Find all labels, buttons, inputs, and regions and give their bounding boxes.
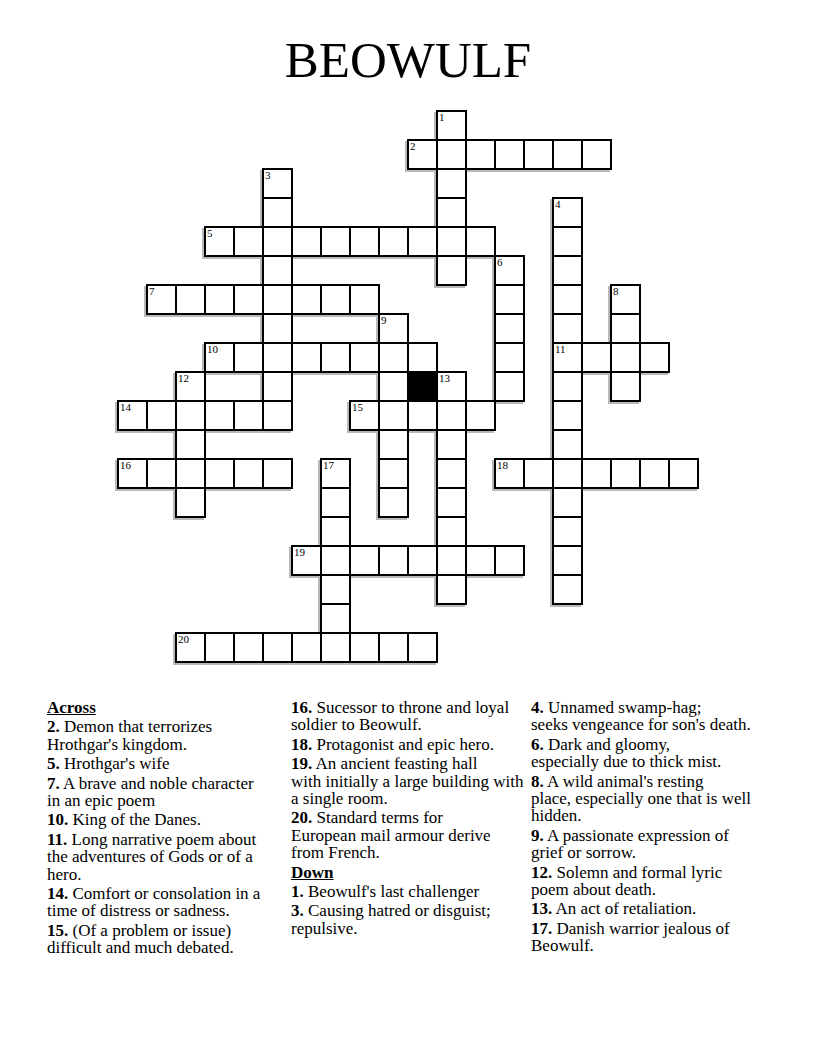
grid-cell[interactable] (146, 458, 177, 489)
grid-cell[interactable] (494, 545, 525, 576)
grid-cell[interactable] (523, 458, 554, 489)
clue-across-14: 14. Comfort or consolation in atime of d… (47, 885, 260, 920)
grid-cell[interactable] (552, 487, 583, 518)
grid-cell[interactable] (436, 400, 467, 431)
grid-cell[interactable] (407, 632, 438, 663)
cell-number: 11 (555, 344, 566, 355)
page-title: BEOWULF (0, 35, 816, 86)
grid-cell[interactable] (610, 313, 641, 344)
cell-number: 9 (381, 315, 387, 326)
grid-cell[interactable] (262, 226, 293, 257)
grid-cell[interactable] (494, 139, 525, 170)
grid-cell[interactable] (204, 458, 235, 489)
clue-down-13: 13. An act of retaliation. (531, 900, 751, 917)
clue-down-1: 1. Beowulf's last challenger (291, 883, 523, 900)
cell-number: 1 (439, 112, 445, 123)
clue-column-3: 4. Unnamed swamp-hag;seeks vengeance for… (531, 699, 751, 957)
grid-cell[interactable] (233, 284, 264, 315)
grid-cell[interactable] (494, 313, 525, 344)
grid-cell[interactable] (552, 516, 583, 547)
grid-cell[interactable] (523, 139, 554, 170)
grid-cell[interactable] (233, 632, 264, 663)
grid-cell[interactable] (552, 545, 583, 576)
grid-cell[interactable] (465, 400, 496, 431)
grid-cell[interactable] (175, 429, 206, 460)
grid-cell[interactable] (436, 458, 467, 489)
grid-cell[interactable] (262, 632, 293, 663)
clue-down-6: 6. Dark and gloomy,especially due to thi… (531, 736, 751, 771)
grid-cell[interactable] (262, 371, 293, 402)
cell-number: 12 (178, 373, 189, 384)
grid-cell[interactable] (175, 458, 206, 489)
grid-cell[interactable] (436, 516, 467, 547)
clue-down-8: 8. A wild animal's restingplace, especia… (531, 773, 751, 825)
cell-number: 5 (207, 228, 213, 239)
grid-cell[interactable] (552, 429, 583, 460)
cell-number: 7 (149, 286, 155, 297)
grid-cell[interactable] (175, 400, 206, 431)
grid-cell[interactable] (581, 458, 612, 489)
cell-number: 19 (294, 547, 305, 558)
grid-cell[interactable] (175, 487, 206, 518)
grid-cell[interactable] (262, 284, 293, 315)
cell-number: 17 (323, 460, 334, 471)
grid-cell[interactable] (581, 139, 612, 170)
grid-cell[interactable] (436, 139, 467, 170)
grid-cell[interactable] (204, 632, 235, 663)
clue-across-7: 7. A brave and noble characterin an epic… (47, 775, 260, 810)
grid-cell[interactable] (233, 458, 264, 489)
clue-across-20: 20. Standard terms forEuropean mail armo… (291, 809, 523, 861)
clue-across-10: 10. King of the Danes. (47, 811, 260, 828)
grid-cell[interactable] (552, 371, 583, 402)
grid-cell[interactable] (262, 400, 293, 431)
grid-cell[interactable] (204, 400, 235, 431)
grid-cell[interactable] (320, 516, 351, 547)
grid-cell[interactable] (233, 226, 264, 257)
grid-cell[interactable] (349, 632, 380, 663)
grid-cell[interactable] (262, 197, 293, 228)
grid-cell[interactable] (378, 400, 409, 431)
grid-cell[interactable] (291, 342, 322, 373)
grid-cell[interactable] (610, 458, 641, 489)
grid-cell[interactable] (436, 574, 467, 605)
grid-cell[interactable] (378, 632, 409, 663)
grid-cell[interactable] (581, 342, 612, 373)
grid-cell[interactable] (407, 226, 438, 257)
across-header: Across (47, 699, 260, 716)
grid-cell[interactable] (494, 284, 525, 315)
grid-cell[interactable] (465, 226, 496, 257)
crossword-grid: 1234567891011121314151617181920 (117, 110, 699, 663)
cell-number: 20 (178, 634, 189, 645)
grid-cell[interactable] (610, 342, 641, 373)
grid-cell[interactable] (494, 342, 525, 373)
grid-cell[interactable] (320, 487, 351, 518)
clue-across-15: 15. (Of a problem or issue)difficult and… (47, 922, 260, 957)
grid-cell[interactable] (639, 342, 670, 373)
grid-cell[interactable] (552, 400, 583, 431)
grid-cell[interactable] (407, 545, 438, 576)
grid-cell[interactable] (552, 255, 583, 286)
grid-cell[interactable] (291, 284, 322, 315)
grid-cell[interactable] (262, 342, 293, 373)
clue-across-2: 2. Demon that terrorizesHrothgar's kingd… (47, 718, 260, 753)
cell-number: 14 (120, 402, 131, 413)
grid-cell[interactable] (175, 284, 206, 315)
cell-number: 16 (120, 460, 131, 471)
down-header: Down (291, 864, 523, 881)
clue-down-3: 3. Causing hatred or disguist;repulsive. (291, 902, 523, 937)
grid-cell[interactable] (320, 226, 351, 257)
grid-cell[interactable] (494, 371, 525, 402)
grid-cell[interactable] (552, 574, 583, 605)
grid-cell[interactable] (320, 603, 351, 634)
clue-across-19: 19. An ancient feasting hallwith initial… (291, 755, 523, 807)
cell-number: 4 (555, 199, 561, 210)
grid-cell[interactable] (320, 632, 351, 663)
clue-down-9: 9. A passionate expression ofgrief or so… (531, 827, 751, 862)
grid-cell[interactable] (639, 458, 670, 489)
cell-number: 13 (439, 373, 450, 384)
clue-column-2: 16. Sucessor to throne and loyalsoldier … (291, 699, 523, 939)
grid-cell[interactable] (349, 342, 380, 373)
grid-cell[interactable] (378, 545, 409, 576)
grid-cell[interactable] (349, 226, 380, 257)
grid-cell[interactable] (233, 342, 264, 373)
cell-number: 6 (497, 257, 503, 268)
grid-cell[interactable] (262, 255, 293, 286)
grid-cell[interactable] (552, 139, 583, 170)
clue-across-16: 16. Sucessor to throne and loyalsoldier … (291, 699, 523, 734)
grid-cell[interactable] (320, 574, 351, 605)
grid-cell[interactable] (320, 545, 351, 576)
grid-cell[interactable] (668, 458, 699, 489)
clue-across-11: 11. Long narrative poem aboutthe adventu… (47, 831, 260, 883)
clue-column-1: Across2. Demon that terrorizesHrothgar's… (47, 699, 260, 959)
grid-cell[interactable] (320, 342, 351, 373)
grid-cell[interactable] (465, 545, 496, 576)
grid-cell[interactable] (378, 342, 409, 373)
clue-across-18: 18. Protagonist and epic hero. (291, 736, 523, 753)
cell-number: 15 (352, 402, 363, 413)
clue-down-4: 4. Unnamed swamp-hag;seeks vengeance for… (531, 699, 751, 734)
clue-down-17: 17. Danish warrior jealous ofBeowulf. (531, 920, 751, 955)
grid-cell[interactable] (610, 371, 641, 402)
cell-number: 2 (410, 141, 416, 152)
grid-cell[interactable] (378, 226, 409, 257)
grid-cell[interactable] (378, 458, 409, 489)
grid-cell[interactable] (146, 400, 177, 431)
grid-cell[interactable] (407, 400, 438, 431)
cell-number: 3 (265, 170, 271, 181)
grid-cell[interactable] (349, 284, 380, 315)
grid-cell[interactable] (262, 458, 293, 489)
grid-cell[interactable] (291, 632, 322, 663)
grid-cell[interactable] (320, 284, 351, 315)
grid-cell[interactable] (465, 139, 496, 170)
cell-number: 18 (497, 460, 508, 471)
clue-down-12: 12. Solemn and formal lyricpoem about de… (531, 864, 751, 899)
grid-cell[interactable] (436, 197, 467, 228)
cell-number: 8 (613, 286, 619, 297)
grid-cell[interactable] (552, 313, 583, 344)
grid-cell[interactable] (291, 226, 322, 257)
grid-cell[interactable] (378, 371, 409, 402)
grid-cell[interactable] (378, 429, 409, 460)
grid-cell[interactable] (552, 458, 583, 489)
grid-cell[interactable] (436, 487, 467, 518)
grid-cell[interactable] (436, 168, 467, 199)
grid-cell[interactable] (552, 226, 583, 257)
grid-cell[interactable] (407, 342, 438, 373)
grid-cell[interactable] (262, 313, 293, 344)
grid-cell[interactable] (436, 545, 467, 576)
grid-cell[interactable] (349, 545, 380, 576)
grid-cell[interactable] (436, 255, 467, 286)
cell-number: 10 (207, 344, 218, 355)
grid-cell[interactable] (436, 429, 467, 460)
grid-cell[interactable] (436, 226, 467, 257)
page: BEOWULF 1234567891011121314151617181920 … (0, 0, 816, 1056)
grid-cell[interactable] (233, 400, 264, 431)
grid-cell[interactable] (378, 487, 409, 518)
clue-across-5: 5. Hrothgar's wife (47, 755, 260, 772)
grid-cell[interactable] (204, 284, 235, 315)
black-cell (407, 371, 438, 402)
grid-cell[interactable] (552, 284, 583, 315)
